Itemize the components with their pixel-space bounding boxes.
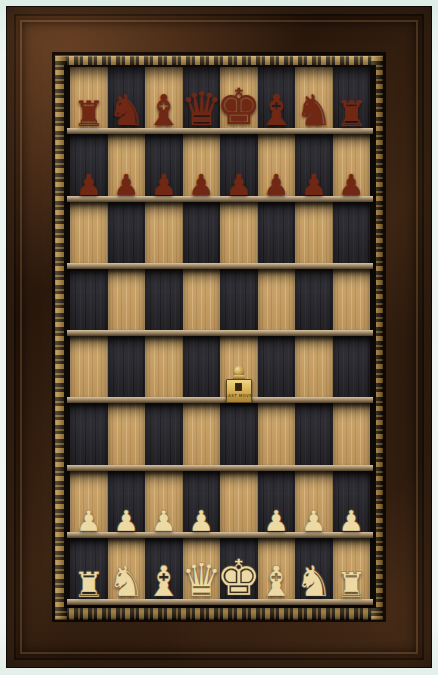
square-d2[interactable]: ♟	[183, 471, 221, 538]
square-d3[interactable]	[183, 403, 221, 470]
square-e7[interactable]: ♟	[220, 134, 258, 201]
square-f3[interactable]	[258, 403, 296, 470]
square-c5[interactable]	[145, 269, 183, 336]
square-e2[interactable]	[220, 471, 258, 538]
square-f4[interactable]	[258, 336, 296, 403]
shelf-rank-2	[67, 532, 373, 538]
shelf-rank-6	[67, 263, 373, 269]
board: ♜♞♝♛♚♝♞♜♟♟♟♟♟♟♟♟♟♟♟♟♟♟♟♜♞♝♛♚♝♞♜	[70, 67, 370, 605]
piece-white-knight: ♞	[295, 561, 333, 603]
shelf-rank-8	[67, 128, 373, 134]
marker-label: LAST MOVE	[225, 393, 252, 398]
marker-plate: LAST MOVE	[226, 379, 252, 403]
square-c2[interactable]: ♟	[145, 471, 183, 538]
square-c4[interactable]	[145, 336, 183, 403]
square-a5[interactable]	[70, 269, 108, 336]
square-d7[interactable]: ♟	[183, 134, 221, 201]
piece-black-bishop: ♝	[145, 90, 183, 132]
square-a8[interactable]: ♜	[70, 67, 108, 134]
square-e5[interactable]	[220, 269, 258, 336]
square-e1[interactable]: ♚	[220, 538, 258, 605]
square-c3[interactable]	[145, 403, 183, 470]
square-c1[interactable]: ♝	[145, 538, 183, 605]
square-b2[interactable]: ♟	[108, 471, 146, 538]
square-e3[interactable]	[220, 403, 258, 470]
square-c8[interactable]: ♝	[145, 67, 183, 134]
square-h1[interactable]: ♜	[333, 538, 371, 605]
square-h5[interactable]	[333, 269, 371, 336]
square-f6[interactable]	[258, 202, 296, 269]
square-g7[interactable]: ♟	[295, 134, 333, 201]
shelf-rank-1	[67, 599, 373, 605]
square-f8[interactable]: ♝	[258, 67, 296, 134]
square-a6[interactable]	[70, 202, 108, 269]
square-d6[interactable]	[183, 202, 221, 269]
square-g4[interactable]	[295, 336, 333, 403]
piece-black-queen: ♛	[181, 86, 222, 132]
piece-black-king: ♚	[216, 82, 261, 132]
square-b1[interactable]: ♞	[108, 538, 146, 605]
square-h8[interactable]: ♜	[333, 67, 371, 134]
square-h2[interactable]: ♟	[333, 471, 371, 538]
square-d1[interactable]: ♛	[183, 538, 221, 605]
piece-black-rook: ♜	[336, 97, 367, 132]
square-b5[interactable]	[108, 269, 146, 336]
square-a1[interactable]: ♜	[70, 538, 108, 605]
square-h3[interactable]	[333, 403, 371, 470]
piece-white-rook: ♜	[73, 568, 104, 603]
shelf-rank-7	[67, 196, 373, 202]
square-g8[interactable]: ♞	[295, 67, 333, 134]
square-c6[interactable]	[145, 202, 183, 269]
square-g1[interactable]: ♞	[295, 538, 333, 605]
marker-logo-icon	[235, 383, 242, 391]
square-a7[interactable]: ♟	[70, 134, 108, 201]
square-h7[interactable]: ♟	[333, 134, 371, 201]
square-e6[interactable]	[220, 202, 258, 269]
square-e8[interactable]: ♚	[220, 67, 258, 134]
piece-black-rook: ♜	[73, 97, 104, 132]
square-b4[interactable]	[108, 336, 146, 403]
piece-white-bishop: ♝	[257, 561, 295, 603]
square-b8[interactable]: ♞	[108, 67, 146, 134]
square-a4[interactable]	[70, 336, 108, 403]
shelf-rank-4	[67, 397, 373, 403]
square-c7[interactable]: ♟	[145, 134, 183, 201]
square-h4[interactable]	[333, 336, 371, 403]
square-f2[interactable]: ♟	[258, 471, 296, 538]
square-d4[interactable]	[183, 336, 221, 403]
shelf-rank-5	[67, 330, 373, 336]
last-move-marker[interactable]: LAST MOVE	[224, 366, 254, 403]
piece-white-knight: ♞	[107, 561, 145, 603]
shelf-rank-3	[67, 465, 373, 471]
square-b3[interactable]	[108, 403, 146, 470]
square-g6[interactable]	[295, 202, 333, 269]
piece-white-bishop: ♝	[145, 561, 183, 603]
square-a3[interactable]	[70, 403, 108, 470]
square-d5[interactable]	[183, 269, 221, 336]
square-b7[interactable]: ♟	[108, 134, 146, 201]
piece-white-rook: ♜	[336, 568, 367, 603]
square-f7[interactable]: ♟	[258, 134, 296, 201]
piece-black-knight: ♞	[295, 90, 333, 132]
square-d8[interactable]: ♛	[183, 67, 221, 134]
square-f5[interactable]	[258, 269, 296, 336]
piece-black-bishop: ♝	[257, 90, 295, 132]
square-h6[interactable]	[333, 202, 371, 269]
piece-white-queen: ♛	[181, 557, 222, 603]
square-a2[interactable]: ♟	[70, 471, 108, 538]
square-b6[interactable]	[108, 202, 146, 269]
square-g5[interactable]	[295, 269, 333, 336]
square-f1[interactable]: ♝	[258, 538, 296, 605]
square-g3[interactable]	[295, 403, 333, 470]
square-g2[interactable]: ♟	[295, 471, 333, 538]
piece-black-knight: ♞	[107, 90, 145, 132]
piece-white-king: ♚	[216, 553, 261, 603]
